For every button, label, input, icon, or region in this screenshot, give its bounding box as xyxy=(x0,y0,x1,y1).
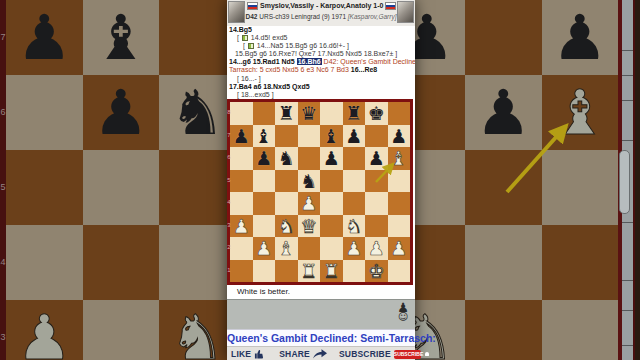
square-c1[interactable] xyxy=(275,260,298,283)
move-text[interactable]: 14...g6 15.Rad1 Nd5 xyxy=(229,58,297,65)
eco-code: D42 xyxy=(246,13,258,20)
move-text[interactable]: 17.Ba4 a6 18.Nxd5 Qxd5 xyxy=(229,83,310,90)
move-text[interactable]: 15.Bg5 g6 16.Rxe7! Qxe7 17.Nxd5 Nxd5 18.… xyxy=(235,50,397,57)
square-a8[interactable] xyxy=(230,102,253,125)
right-edge-panel xyxy=(618,0,640,360)
scrollbar-tick xyxy=(622,140,633,141)
mini-rank-label-6: 6 xyxy=(227,154,231,160)
move-text[interactable]: 14.d5! exd5 xyxy=(249,34,288,41)
move-text[interactable]: D42: Queen's Gambit Declined: Semi- xyxy=(322,58,415,65)
piece-bb-b7[interactable]: ♝ xyxy=(253,125,276,148)
like-button[interactable]: LIKE xyxy=(231,349,251,359)
annotation-square-icon[interactable] xyxy=(242,35,248,41)
piece-wr-d1[interactable]: ♜ xyxy=(298,260,321,283)
square-b1[interactable] xyxy=(253,260,276,283)
notation-line-2[interactable]: [ 14.d5! exd5 xyxy=(227,34,415,42)
scrollbar-tick xyxy=(622,345,633,346)
russia-flag-icon xyxy=(385,2,396,10)
notation-line-5[interactable]: 14...g6 15.Rad1 Nd5 16.Bh6 D42: Queen's … xyxy=(227,58,415,66)
square-d6[interactable] xyxy=(298,147,321,170)
square-h8[interactable] xyxy=(388,102,411,125)
notation-line-8[interactable]: 17.Ba4 a6 18.Nxd5 Qxd5 xyxy=(227,83,415,91)
event-name: URS-ch39 Leningrad (9) 1971 xyxy=(259,13,346,20)
social-bar: LIKE SHARE SUBSCRIBE SUBSCRIBE xyxy=(227,346,415,360)
move-text[interactable]: [ 18...exd5 ] xyxy=(237,91,274,98)
square-a1[interactable] xyxy=(230,260,253,283)
scrollbar-tick xyxy=(622,100,633,101)
piece-bp-b6[interactable]: ♟ xyxy=(253,147,276,170)
square-a4[interactable] xyxy=(230,192,253,215)
mini-board-rank-labels: 87654321 xyxy=(227,102,231,282)
event-line: D42 URS-ch39 Leningrad (9) 1971 [Kasparo… xyxy=(245,13,397,23)
piece-bn-c6[interactable]: ♞ xyxy=(275,147,298,170)
piece-bp-h7[interactable]: ♟ xyxy=(388,125,411,148)
square-e5[interactable] xyxy=(320,170,343,193)
piece-wb-c2[interactable]: ♝ xyxy=(275,237,298,260)
thumbs-up-icon[interactable] xyxy=(254,345,265,360)
evaluation-text: White is better. xyxy=(227,285,415,299)
annotation-square-icon[interactable] xyxy=(248,43,254,49)
piece-wp-a3[interactable]: ♟ xyxy=(230,215,253,238)
move-text[interactable]: Tarrasch: 5 cxd5 Nxd5 6 e3 Nc6 7 Bd3 xyxy=(229,66,351,73)
piece-wk-g1[interactable]: ♚ xyxy=(365,260,388,283)
piece-wp-h2[interactable]: ♟ xyxy=(388,237,411,260)
analysis-window: Smyslov,Vassily - Karpov,Anatoly 1-0 D42… xyxy=(227,0,415,360)
current-move[interactable]: 16.Bh6 xyxy=(297,58,322,65)
mini-rank-label-1: 1 xyxy=(227,267,231,273)
square-a6[interactable] xyxy=(230,147,253,170)
piece-wq-d3[interactable]: ♛ xyxy=(298,215,321,238)
annotator: [Kasparov,Garry] xyxy=(348,13,397,20)
mini-rank-label-7: 7 xyxy=(227,132,231,138)
player-photo-karpov xyxy=(397,1,414,23)
screenshot: ♜♛♜♚♟♝♝♟♟♟♞♟♟♝♞♟♟♞♛♞♟♝♟♟♟♜♜♚ 76543 Smysl… xyxy=(0,0,640,360)
move-text[interactable]: 16...Re8 xyxy=(351,66,377,73)
mini-rank-label-4: 4 xyxy=(227,199,231,205)
mini-board-frame: ♜♛♜♚♟♝♝♟♟♟♞♟♟♝♞♟♟♞♛♞♟♝♟♟♟♜♜♚ 87654321 xyxy=(227,99,413,285)
square-h5[interactable] xyxy=(388,170,411,193)
player-names: Smyslov,Vassily - Karpov,Anatoly xyxy=(260,2,371,9)
square-f1[interactable] xyxy=(343,260,366,283)
subscribe-label[interactable]: SUBSCRIBE xyxy=(339,349,391,359)
engine-assistant-icon: ♟ ☺ xyxy=(395,301,411,329)
square-g4[interactable] xyxy=(365,192,388,215)
piece-wp-b2[interactable]: ♟ xyxy=(253,237,276,260)
russia-flag-icon xyxy=(247,2,258,10)
piece-bp-e6[interactable]: ♟ xyxy=(320,147,343,170)
square-h3[interactable] xyxy=(388,215,411,238)
square-d7[interactable] xyxy=(298,125,321,148)
square-h1[interactable] xyxy=(388,260,411,283)
share-button[interactable]: SHARE xyxy=(279,349,310,359)
square-g3[interactable] xyxy=(365,215,388,238)
piece-bp-a7[interactable]: ♟ xyxy=(230,125,253,148)
square-b3[interactable] xyxy=(253,215,276,238)
mini-rank-label-5: 5 xyxy=(227,177,231,183)
move-text[interactable]: [ xyxy=(237,34,241,41)
engine-panel: ♟ ☺ xyxy=(227,299,415,330)
mini-rank-label-8: 8 xyxy=(227,109,231,115)
move-text[interactable]: [ 16...- ] xyxy=(237,75,261,82)
square-b4[interactable] xyxy=(253,192,276,215)
piece-bb-e7[interactable]: ♝ xyxy=(320,125,343,148)
square-e3[interactable] xyxy=(320,215,343,238)
square-c5[interactable] xyxy=(275,170,298,193)
scrollbar-tick xyxy=(622,280,633,281)
piece-wp-f2[interactable]: ♟ xyxy=(343,237,366,260)
move-text[interactable]: 14.Bg5 xyxy=(229,26,252,33)
square-h4[interactable] xyxy=(388,192,411,215)
piece-wp-g2[interactable]: ♟ xyxy=(365,237,388,260)
scrollbar-tick xyxy=(622,50,633,51)
notation-line-7[interactable]: [ 16...- ] xyxy=(227,75,415,83)
square-e4[interactable] xyxy=(320,192,343,215)
square-a5[interactable] xyxy=(230,170,253,193)
square-a2[interactable] xyxy=(230,237,253,260)
notation-line-1[interactable]: 14.Bg5 xyxy=(227,26,415,34)
square-e2[interactable] xyxy=(320,237,343,260)
mini-rank-label-3: 3 xyxy=(227,222,231,228)
piece-br-f8[interactable]: ♜ xyxy=(343,102,366,125)
square-d2[interactable] xyxy=(298,237,321,260)
piece-bn-d5[interactable]: ♞ xyxy=(298,170,321,193)
notation-line-9[interactable]: [ 18...exd5 ] xyxy=(227,91,415,99)
game-header: Smyslov,Vassily - Karpov,Anatoly 1-0 D42… xyxy=(227,0,415,27)
move-text[interactable]: 14...Na5 15.Bg5 g6 16.d6!+- ] xyxy=(255,42,349,49)
scrollbar-thumb[interactable] xyxy=(619,150,630,214)
square-g7[interactable] xyxy=(365,125,388,148)
piece-wp-d4[interactable]: ♟ xyxy=(298,192,321,215)
square-b8[interactable] xyxy=(253,102,276,125)
piece-bq-d8[interactable]: ♛ xyxy=(298,102,321,125)
notation-line-4[interactable]: 15.Bg5 g6 16.Rxe7! Qxe7 17.Nxd5 Nxd5 18.… xyxy=(227,50,415,58)
square-f4[interactable] xyxy=(343,192,366,215)
square-c4[interactable] xyxy=(275,192,298,215)
square-f6[interactable] xyxy=(343,147,366,170)
notation-panel[interactable]: 14.Bg5[ 14.d5! exd5[ 14...Na5 15.Bg5 g6 … xyxy=(227,26,415,99)
share-arrow-icon[interactable] xyxy=(313,345,327,360)
players-line: Smyslov,Vassily - Karpov,Anatoly 1-0 xyxy=(245,2,397,12)
notation-line-6[interactable]: Tarrasch: 5 cxd5 Nxd5 6 e3 Nc6 7 Bd3 16.… xyxy=(227,66,415,74)
square-g5[interactable] xyxy=(365,170,388,193)
notation-line-3[interactable]: [ 14...Na5 15.Bg5 g6 16.d6!+- ] xyxy=(227,42,415,50)
move-text[interactable]: [ xyxy=(243,42,247,49)
piece-wr-e1[interactable]: ♜ xyxy=(320,260,343,283)
piece-wn-c3[interactable]: ♞ xyxy=(275,215,298,238)
mini-chess-board[interactable]: ♜♛♜♚♟♝♝♟♟♟♞♟♟♝♞♟♟♞♛♞♟♝♟♟♟♜♜♚ xyxy=(230,102,410,282)
mini-rank-label-2: 2 xyxy=(227,244,231,250)
square-f5[interactable] xyxy=(343,170,366,193)
player-photo-smyslov xyxy=(228,1,245,23)
scrollbar-tick xyxy=(622,222,633,223)
square-c7[interactable] xyxy=(275,125,298,148)
square-e8[interactable] xyxy=(320,102,343,125)
subscribe-button[interactable]: SUBSCRIBE xyxy=(394,350,421,359)
square-b5[interactable] xyxy=(253,170,276,193)
piece-wn-f3[interactable]: ♞ xyxy=(343,215,366,238)
scrollbar-tick xyxy=(622,310,633,311)
scrollbar-tick xyxy=(622,75,633,76)
piece-wb-h6[interactable]: ♝ xyxy=(388,147,411,170)
game-result: 1-0 xyxy=(373,2,383,9)
piece-bk-g8[interactable]: ♚ xyxy=(365,102,388,125)
piece-br-c8[interactable]: ♜ xyxy=(275,102,298,125)
piece-bp-g6[interactable]: ♟ xyxy=(365,147,388,170)
piece-bp-f7[interactable]: ♟ xyxy=(343,125,366,148)
